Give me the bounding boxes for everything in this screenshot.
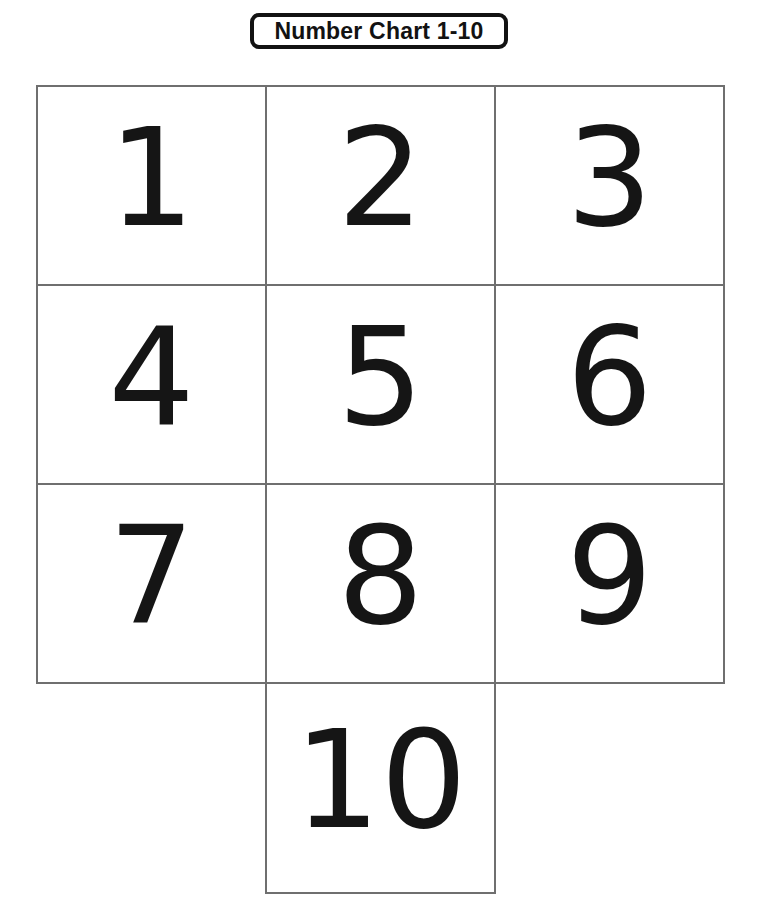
number-cell-3: 3	[496, 87, 723, 284]
number-cell-5: 5	[267, 286, 494, 483]
number-grid-row-4: 10	[36, 684, 725, 894]
number-cell-10: 10	[265, 684, 496, 894]
number-cell-6: 6	[496, 286, 723, 483]
empty-cell-right	[496, 684, 725, 894]
worksheet-page: Number Chart 1-10 1 2 3 4 5 6 7 8 9 10	[0, 13, 768, 894]
title-box: Number Chart 1-10	[250, 13, 508, 49]
number-cell-1: 1	[38, 87, 265, 284]
empty-cell-left	[36, 684, 265, 894]
number-cell-9: 9	[496, 485, 723, 682]
page-title: Number Chart 1-10	[274, 18, 483, 45]
number-cell-7: 7	[38, 485, 265, 682]
number-cell-4: 4	[38, 286, 265, 483]
number-cell-8: 8	[267, 485, 494, 682]
number-cell-2: 2	[267, 87, 494, 284]
number-grid-rows-1-3: 1 2 3 4 5 6 7 8 9	[36, 85, 725, 684]
